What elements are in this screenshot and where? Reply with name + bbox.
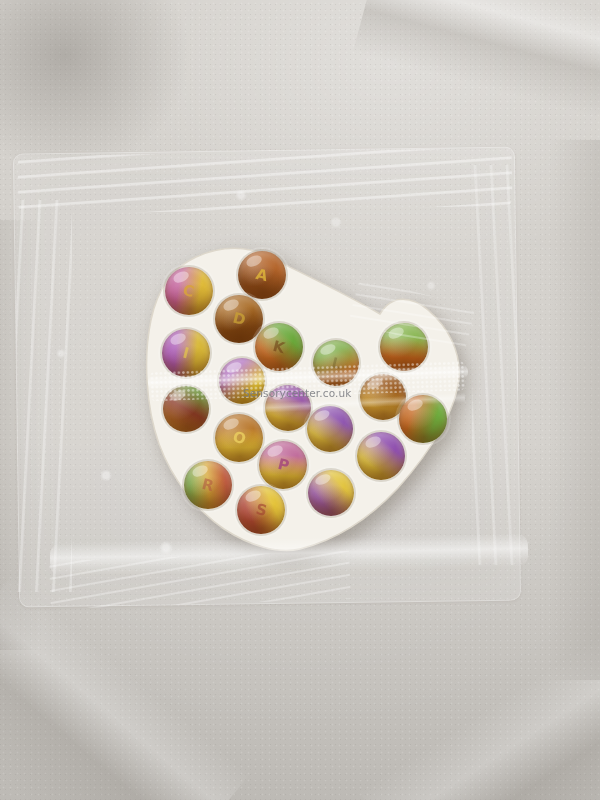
bubble-grid: ACDIKLORPS [0, 0, 600, 800]
bubble-letter-S: S [254, 501, 268, 518]
bubble-A: A [238, 251, 286, 299]
bubble-pos17 [357, 432, 405, 480]
bubble-letter-I: I [181, 345, 190, 361]
bubble-letter-R: R [201, 476, 216, 493]
bubble-pos18 [308, 470, 354, 516]
bubble-letter-O: O [231, 429, 247, 447]
bubble-letter-K: K [272, 338, 287, 355]
bubble-S: S [237, 486, 285, 534]
bubble-R: R [184, 461, 232, 509]
bubble-letter-P: P [276, 456, 290, 473]
bubble-O: O [215, 414, 263, 462]
watermark: Sensorycenter.co.uk [243, 387, 373, 399]
bubble-letter-D: D [231, 310, 247, 328]
bubble-glint [363, 434, 382, 449]
bubble-C: C [165, 267, 213, 315]
bubble-letter-A: A [255, 266, 270, 283]
bubble-P: P [259, 441, 307, 489]
bubble-glint [314, 472, 332, 487]
photo-scene: ACDIKLORPS Sensorycenter.co.uk [0, 0, 600, 800]
bubble-K: K [255, 323, 303, 371]
bubble-pos13 [307, 406, 353, 452]
bubble-letter-C: C [182, 282, 196, 299]
bubble-D: D [215, 295, 263, 343]
heart-popit: ACDIKLORPS [0, 0, 600, 800]
